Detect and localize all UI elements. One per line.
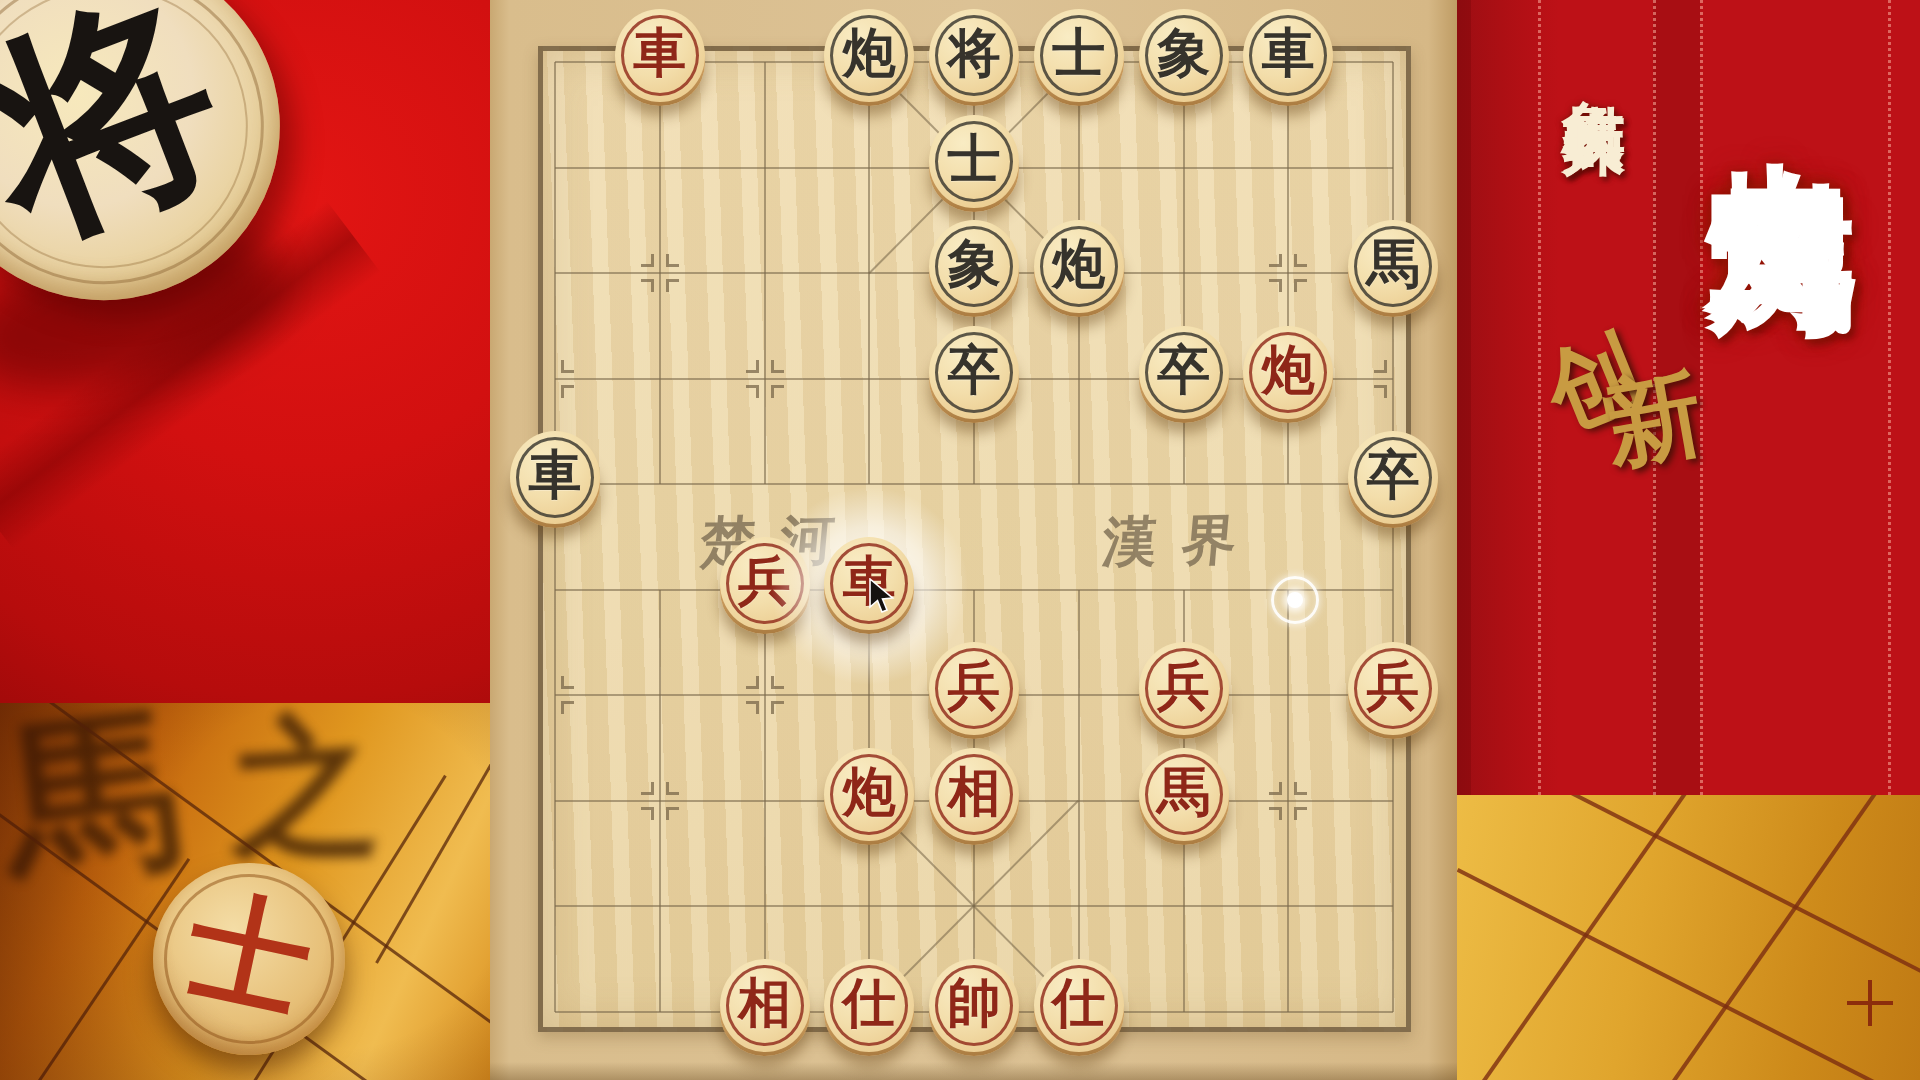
piece-兵-86[interactable]: 兵 bbox=[1345, 639, 1441, 743]
piece-face: 卒 bbox=[1139, 326, 1229, 419]
piece-仕-59[interactable]: 仕 bbox=[1031, 956, 1127, 1060]
piece-face: 仕 bbox=[824, 959, 914, 1052]
piece-face: 将 bbox=[929, 9, 1019, 102]
piece-char: 兵 bbox=[948, 660, 1001, 713]
piece-face: 象 bbox=[929, 220, 1019, 313]
piece-char: 相 bbox=[948, 766, 1001, 819]
piece-face: 卒 bbox=[929, 326, 1019, 419]
piece-face: 兵 bbox=[929, 642, 1019, 735]
piece-char: 卒 bbox=[948, 344, 1001, 397]
piece-face: 卒 bbox=[1348, 431, 1438, 524]
piece-馬-67[interactable]: 馬 bbox=[1136, 745, 1232, 849]
piece-卒-43[interactable]: 卒 bbox=[926, 323, 1022, 427]
piece-char: 将 bbox=[948, 27, 1001, 80]
piece-仕-39[interactable]: 仕 bbox=[821, 956, 917, 1060]
piece-face: 兵 bbox=[1348, 642, 1438, 735]
piece-face: 帥 bbox=[929, 959, 1019, 1052]
piece-炮-30[interactable]: 炮 bbox=[821, 6, 917, 110]
piece-face: 馬 bbox=[1348, 220, 1438, 313]
photo-board-line bbox=[1457, 868, 1920, 1080]
banner-edge-shade bbox=[1457, 0, 1471, 795]
grid-vline bbox=[764, 62, 766, 484]
grid-vline bbox=[554, 62, 556, 1012]
piece-char: 象 bbox=[948, 238, 1001, 291]
piece-face: 仕 bbox=[1034, 959, 1124, 1052]
xiangqi-app: 将 馬 之 士 楚河 漢界 車炮将士象車士象炮馬卒卒炮車卒兵車兵兵兵炮相馬相仕帥… bbox=[0, 0, 1920, 1080]
episode-title: 中炮对屏风马 bbox=[1707, 40, 1859, 100]
river-text-right: 漢界 bbox=[1100, 504, 1265, 580]
piece-炮-73[interactable]: 炮 bbox=[1240, 323, 1336, 427]
piece-char: 兵 bbox=[1157, 660, 1210, 713]
grid-vline bbox=[659, 590, 661, 1012]
grid-vline bbox=[764, 590, 766, 1012]
piece-車-10[interactable]: 車 bbox=[612, 6, 708, 110]
piece-char: 卒 bbox=[1367, 449, 1420, 502]
piece-炮-37[interactable]: 炮 bbox=[821, 745, 917, 849]
piece-char: 士 bbox=[1052, 27, 1105, 80]
piece-face: 象 bbox=[1139, 9, 1229, 102]
piece-face: 炮 bbox=[1243, 326, 1333, 419]
piece-face: 兵 bbox=[1139, 642, 1229, 735]
series-subtitle: 象棋大师 bbox=[1560, 48, 1626, 72]
piece-char: 炮 bbox=[843, 766, 896, 819]
piece-face: 相 bbox=[929, 748, 1019, 841]
piece-車-70[interactable]: 車 bbox=[1240, 6, 1336, 110]
piece-将-40[interactable]: 将 bbox=[926, 6, 1022, 110]
piece-face: 相 bbox=[720, 959, 810, 1052]
piece-char: 車 bbox=[529, 449, 582, 502]
piece-char: 馬 bbox=[1367, 238, 1420, 291]
piece-char: 車 bbox=[1262, 27, 1315, 80]
piece-char: 象 bbox=[1157, 27, 1210, 80]
piece-face: 炮 bbox=[824, 9, 914, 102]
right-board-photo bbox=[1457, 795, 1920, 1080]
piece-炮-52[interactable]: 炮 bbox=[1031, 217, 1127, 321]
stamp-char: 新 bbox=[1598, 364, 1709, 475]
piece-char: 炮 bbox=[1052, 238, 1105, 291]
piece-兵-66[interactable]: 兵 bbox=[1136, 639, 1232, 743]
piece-char: 卒 bbox=[1157, 344, 1210, 397]
piece-char: 仕 bbox=[843, 977, 896, 1030]
piece-char: 仕 bbox=[1052, 977, 1105, 1030]
piece-char: 士 bbox=[948, 133, 1001, 186]
move-target-ring bbox=[1271, 576, 1319, 624]
piece-face: 車 bbox=[510, 431, 600, 524]
photo-board-line bbox=[1468, 795, 1689, 1080]
piece-face: 車 bbox=[615, 9, 705, 102]
right-decor-panel bbox=[1457, 0, 1920, 1080]
piece-相-29[interactable]: 相 bbox=[717, 956, 813, 1060]
piece-象-42[interactable]: 象 bbox=[926, 217, 1022, 321]
piece-卒-63[interactable]: 卒 bbox=[1136, 323, 1232, 427]
piece-士-41[interactable]: 士 bbox=[926, 112, 1022, 216]
piece-char: 馬 bbox=[1157, 766, 1210, 819]
piece-char: 帥 bbox=[948, 977, 1001, 1030]
piece-face: 炮 bbox=[824, 748, 914, 841]
piece-char: 車 bbox=[633, 27, 686, 80]
piece-象-60[interactable]: 象 bbox=[1136, 6, 1232, 110]
photo-cross-mark bbox=[1847, 980, 1893, 1026]
stitch-line bbox=[1700, 0, 1703, 795]
grid-vline bbox=[1287, 590, 1289, 1012]
piece-face: 士 bbox=[1034, 9, 1124, 102]
grid-vline bbox=[659, 62, 661, 484]
piece-士-50[interactable]: 士 bbox=[1031, 6, 1127, 110]
grid-vline bbox=[1392, 62, 1394, 1012]
piece-face: 士 bbox=[929, 115, 1019, 208]
piece-兵-46[interactable]: 兵 bbox=[926, 639, 1022, 743]
stitch-line bbox=[1888, 0, 1891, 795]
mouse-cursor-icon bbox=[868, 578, 898, 616]
stitch-line bbox=[1538, 0, 1541, 795]
piece-face: 車 bbox=[1243, 9, 1333, 102]
piece-face: 炮 bbox=[1034, 220, 1124, 313]
piece-char: 炮 bbox=[843, 27, 896, 80]
piece-相-47[interactable]: 相 bbox=[926, 745, 1022, 849]
piece-車-04[interactable]: 車 bbox=[507, 428, 603, 532]
piece-char: 炮 bbox=[1262, 344, 1315, 397]
piece-char: 兵 bbox=[1367, 660, 1420, 713]
piece-face: 馬 bbox=[1139, 748, 1229, 841]
piece-char: 相 bbox=[738, 977, 791, 1030]
piece-卒-84[interactable]: 卒 bbox=[1345, 428, 1441, 532]
piece-帥-49[interactable]: 帥 bbox=[926, 956, 1022, 1060]
piece-馬-82[interactable]: 馬 bbox=[1345, 217, 1441, 321]
